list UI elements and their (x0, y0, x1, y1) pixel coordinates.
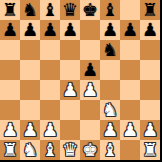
square-f4[interactable] (100, 80, 120, 100)
black-bishop[interactable]: ♝ (42, 0, 58, 20)
square-c7[interactable]: ♟ (40, 20, 60, 40)
white-pawn[interactable]: ♟ (102, 120, 118, 140)
square-e5[interactable]: ♟ (80, 60, 100, 80)
chess-board: ♜♞♝♛♚♝♜♟♟♟♟♟♟♟♞♟♟♟♞♟♟♟♟♟♟♜♞♝♛♚♝♜ (0, 0, 160, 160)
square-d6[interactable] (60, 40, 80, 60)
square-a3[interactable] (0, 100, 20, 120)
black-rook[interactable]: ♜ (2, 0, 18, 20)
square-b3[interactable] (20, 100, 40, 120)
white-pawn[interactable]: ♟ (62, 80, 78, 100)
square-f3[interactable]: ♞ (100, 100, 120, 120)
white-pawn[interactable]: ♟ (82, 80, 98, 100)
white-pawn[interactable]: ♟ (2, 120, 18, 140)
black-knight[interactable]: ♞ (102, 40, 118, 60)
square-c5[interactable] (40, 60, 60, 80)
white-rook[interactable]: ♜ (2, 140, 18, 160)
square-h3[interactable] (140, 100, 160, 120)
square-g5[interactable] (120, 60, 140, 80)
square-h1[interactable]: ♜ (140, 140, 160, 160)
square-c1[interactable]: ♝ (40, 140, 60, 160)
square-b6[interactable] (20, 40, 40, 60)
square-b5[interactable] (20, 60, 40, 80)
square-h2[interactable]: ♟ (140, 120, 160, 140)
square-f7[interactable]: ♟ (100, 20, 120, 40)
square-e4[interactable]: ♟ (80, 80, 100, 100)
square-e2[interactable] (80, 120, 100, 140)
square-h5[interactable] (140, 60, 160, 80)
black-queen[interactable]: ♛ (62, 0, 78, 20)
black-pawn[interactable]: ♟ (2, 20, 18, 40)
square-b2[interactable]: ♟ (20, 120, 40, 140)
square-g6[interactable] (120, 40, 140, 60)
square-g7[interactable]: ♟ (120, 20, 140, 40)
square-f6[interactable]: ♞ (100, 40, 120, 60)
screenshot-canvas: ♜♞♝♛♚♝♜♟♟♟♟♟♟♟♞♟♟♟♞♟♟♟♟♟♟♜♞♝♛♚♝♜ (0, 0, 162, 162)
white-king[interactable]: ♚ (82, 140, 98, 160)
square-f8[interactable]: ♝ (100, 0, 120, 20)
white-knight[interactable]: ♞ (22, 140, 38, 160)
black-pawn[interactable]: ♟ (122, 20, 138, 40)
square-g4[interactable] (120, 80, 140, 100)
square-b1[interactable]: ♞ (20, 140, 40, 160)
square-b8[interactable]: ♞ (20, 0, 40, 20)
square-c4[interactable] (40, 80, 60, 100)
square-a6[interactable] (0, 40, 20, 60)
square-g8[interactable] (120, 0, 140, 20)
square-a2[interactable]: ♟ (0, 120, 20, 140)
square-h8[interactable]: ♜ (140, 0, 160, 20)
white-pawn[interactable]: ♟ (122, 120, 138, 140)
black-bishop[interactable]: ♝ (102, 0, 118, 20)
black-pawn[interactable]: ♟ (102, 20, 118, 40)
white-pawn[interactable]: ♟ (142, 120, 158, 140)
square-d1[interactable]: ♛ (60, 140, 80, 160)
white-bishop[interactable]: ♝ (102, 140, 118, 160)
black-pawn[interactable]: ♟ (62, 20, 78, 40)
square-e7[interactable] (80, 20, 100, 40)
square-b4[interactable] (20, 80, 40, 100)
white-knight[interactable]: ♞ (102, 100, 118, 120)
square-c6[interactable] (40, 40, 60, 60)
square-e1[interactable]: ♚ (80, 140, 100, 160)
white-pawn[interactable]: ♟ (22, 120, 38, 140)
white-queen[interactable]: ♛ (62, 140, 78, 160)
square-h4[interactable] (140, 80, 160, 100)
square-c8[interactable]: ♝ (40, 0, 60, 20)
square-a5[interactable] (0, 60, 20, 80)
square-d2[interactable] (60, 120, 80, 140)
square-h7[interactable]: ♟ (140, 20, 160, 40)
square-e8[interactable]: ♚ (80, 0, 100, 20)
square-c2[interactable]: ♟ (40, 120, 60, 140)
white-bishop[interactable]: ♝ (42, 140, 58, 160)
square-d5[interactable] (60, 60, 80, 80)
black-pawn[interactable]: ♟ (142, 20, 158, 40)
square-e3[interactable] (80, 100, 100, 120)
square-g1[interactable] (120, 140, 140, 160)
square-d7[interactable]: ♟ (60, 20, 80, 40)
square-d3[interactable] (60, 100, 80, 120)
square-f1[interactable]: ♝ (100, 140, 120, 160)
square-a8[interactable]: ♜ (0, 0, 20, 20)
white-pawn[interactable]: ♟ (42, 120, 58, 140)
square-h6[interactable] (140, 40, 160, 60)
white-rook[interactable]: ♜ (142, 140, 158, 160)
square-g3[interactable] (120, 100, 140, 120)
square-g2[interactable]: ♟ (120, 120, 140, 140)
square-a4[interactable] (0, 80, 20, 100)
black-king[interactable]: ♚ (82, 0, 98, 20)
square-d8[interactable]: ♛ (60, 0, 80, 20)
black-rook[interactable]: ♜ (142, 0, 158, 20)
square-c3[interactable] (40, 100, 60, 120)
square-a1[interactable]: ♜ (0, 140, 20, 160)
square-e6[interactable] (80, 40, 100, 60)
square-f5[interactable] (100, 60, 120, 80)
black-pawn[interactable]: ♟ (42, 20, 58, 40)
square-a7[interactable]: ♟ (0, 20, 20, 40)
black-knight[interactable]: ♞ (22, 0, 38, 20)
square-f2[interactable]: ♟ (100, 120, 120, 140)
black-pawn[interactable]: ♟ (22, 20, 38, 40)
square-d4[interactable]: ♟ (60, 80, 80, 100)
square-b7[interactable]: ♟ (20, 20, 40, 40)
black-pawn[interactable]: ♟ (82, 60, 98, 80)
